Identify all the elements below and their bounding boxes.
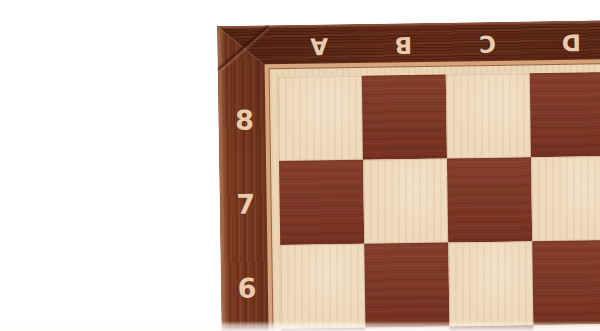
file-label-d: D xyxy=(529,20,600,65)
playing-surface xyxy=(270,59,600,331)
file-labels: ABCD xyxy=(217,14,600,26)
square-c8 xyxy=(446,73,531,158)
square-a8 xyxy=(278,76,363,161)
square-a6 xyxy=(280,244,365,329)
square-a7 xyxy=(279,160,364,245)
rank-label-7: 7 xyxy=(219,161,272,246)
file-label-a: A xyxy=(277,24,362,69)
square-b5 xyxy=(365,327,450,331)
board-photo: ABCD 876 xyxy=(0,0,600,331)
rank-label-6: 6 xyxy=(220,245,273,330)
square-b6 xyxy=(364,243,449,328)
square-d8 xyxy=(530,72,600,157)
square-c5 xyxy=(449,325,534,331)
square-d5 xyxy=(533,324,600,331)
chess-board: ABCD 876 xyxy=(217,14,600,331)
square-d7 xyxy=(531,156,600,241)
file-label-c: C xyxy=(445,21,530,66)
square-b7 xyxy=(363,159,448,244)
square-c7 xyxy=(447,157,532,242)
rank-label-8: 8 xyxy=(218,77,271,162)
square-c6 xyxy=(448,241,533,326)
square-b8 xyxy=(362,75,447,160)
file-label-b: B xyxy=(361,23,446,68)
square-d6 xyxy=(532,240,600,325)
squares-grid xyxy=(278,67,600,331)
